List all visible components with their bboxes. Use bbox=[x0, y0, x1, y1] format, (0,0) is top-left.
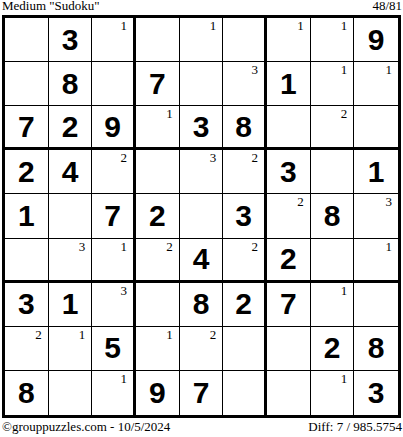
cell-value: 4 bbox=[193, 244, 210, 274]
cell-r4c8[interactable] bbox=[311, 150, 355, 194]
pencil-mark: 2 bbox=[121, 151, 128, 165]
cell-value: 7 bbox=[18, 112, 35, 142]
sudoku-board: 3111198731117291382242323117232833124221… bbox=[2, 15, 401, 418]
cell-r7c2[interactable]: 1 bbox=[49, 283, 93, 327]
cell-r9c1[interactable]: 8 bbox=[5, 371, 49, 415]
cell-r3c7[interactable] bbox=[267, 106, 311, 150]
cell-value: 8 bbox=[235, 112, 252, 142]
cell-r3c9[interactable] bbox=[354, 106, 398, 150]
cell-r4c2[interactable]: 4 bbox=[49, 150, 93, 194]
cell-r2c8[interactable]: 1 bbox=[311, 62, 355, 106]
cell-r7c9[interactable] bbox=[354, 283, 398, 327]
pencil-mark: 1 bbox=[121, 19, 128, 33]
cell-r1c4[interactable] bbox=[136, 18, 180, 62]
cell-r3c3[interactable]: 9 bbox=[92, 106, 136, 150]
cell-value: 3 bbox=[368, 378, 385, 408]
cell-r4c5[interactable]: 3 bbox=[180, 150, 224, 194]
pencil-mark: 1 bbox=[166, 328, 173, 342]
cell-value: 8 bbox=[18, 378, 35, 408]
cell-r5c9[interactable]: 3 bbox=[354, 194, 398, 238]
cell-r5c3[interactable]: 7 bbox=[92, 194, 136, 238]
cell-r9c5[interactable]: 7 bbox=[180, 371, 224, 415]
cell-r2c6[interactable]: 3 bbox=[223, 62, 267, 106]
cell-r8c6[interactable] bbox=[223, 327, 267, 371]
cell-r3c5[interactable]: 3 bbox=[180, 106, 224, 150]
pencil-mark: 2 bbox=[35, 328, 42, 342]
cell-value: 9 bbox=[104, 112, 121, 142]
cell-value: 7 bbox=[104, 201, 121, 231]
cell-r9c9[interactable]: 3 bbox=[354, 371, 398, 415]
cell-value: 3 bbox=[18, 289, 35, 319]
cell-r5c7[interactable]: 2 bbox=[267, 194, 311, 238]
cell-r4c6[interactable]: 2 bbox=[223, 150, 267, 194]
pencil-mark: 1 bbox=[341, 372, 348, 386]
cell-r7c4[interactable] bbox=[136, 283, 180, 327]
pencil-mark: 3 bbox=[79, 240, 86, 254]
pencil-mark: 2 bbox=[341, 107, 348, 121]
cell-value: 3 bbox=[62, 25, 79, 55]
cell-r8c7[interactable] bbox=[267, 327, 311, 371]
cell-r2c4[interactable]: 7 bbox=[136, 62, 180, 106]
cell-value: 2 bbox=[324, 333, 341, 363]
page-title: Medium "Sudoku" bbox=[2, 0, 100, 13]
pencil-mark: 2 bbox=[252, 240, 259, 254]
cell-value: 1 bbox=[62, 289, 79, 319]
cell-value: 8 bbox=[368, 333, 385, 363]
pencil-mark: 3 bbox=[121, 284, 128, 298]
cell-value: 8 bbox=[193, 289, 210, 319]
pencil-mark: 3 bbox=[386, 195, 393, 209]
cell-r4c9[interactable]: 1 bbox=[354, 150, 398, 194]
cell-r6c1[interactable] bbox=[5, 239, 49, 283]
cell-r2c1[interactable] bbox=[5, 62, 49, 106]
cell-r2c2[interactable]: 8 bbox=[49, 62, 93, 106]
cell-value: 1 bbox=[280, 69, 297, 99]
cell-r8c1[interactable]: 2 bbox=[5, 327, 49, 371]
cell-r1c1[interactable] bbox=[5, 18, 49, 62]
pencil-mark: 2 bbox=[210, 328, 217, 342]
cell-r4c3[interactable]: 2 bbox=[92, 150, 136, 194]
cell-r5c4[interactable]: 2 bbox=[136, 194, 180, 238]
cell-r3c2[interactable]: 2 bbox=[49, 106, 93, 150]
pencil-mark: 2 bbox=[252, 151, 259, 165]
cell-r3c1[interactable]: 7 bbox=[5, 106, 49, 150]
cell-value: 4 bbox=[62, 157, 79, 187]
cell-r2c3[interactable] bbox=[92, 62, 136, 106]
cell-value: 2 bbox=[149, 201, 166, 231]
cell-r5c6[interactable]: 3 bbox=[223, 194, 267, 238]
cell-value: 3 bbox=[193, 112, 210, 142]
cell-r1c3[interactable]: 1 bbox=[92, 18, 136, 62]
cell-value: 7 bbox=[149, 69, 166, 99]
pencil-mark: 2 bbox=[166, 240, 173, 254]
cell-r6c7[interactable]: 2 bbox=[267, 239, 311, 283]
cell-value: 2 bbox=[235, 289, 252, 319]
cell-r1c9[interactable]: 9 bbox=[354, 18, 398, 62]
pencil-mark: 1 bbox=[386, 240, 393, 254]
cell-r8c5[interactable]: 2 bbox=[180, 327, 224, 371]
cell-r9c4[interactable]: 9 bbox=[136, 371, 180, 415]
footer: ©grouppuzzles.com - 10/5/2024 Diff: 7 / … bbox=[2, 420, 402, 434]
cell-r6c2[interactable]: 3 bbox=[49, 239, 93, 283]
cell-value: 8 bbox=[324, 201, 341, 231]
cell-r3c4[interactable]: 1 bbox=[136, 106, 180, 150]
cell-value: 8 bbox=[62, 69, 79, 99]
cell-r2c5[interactable] bbox=[180, 62, 224, 106]
cell-r9c2[interactable] bbox=[49, 371, 93, 415]
cell-r6c9[interactable]: 1 bbox=[354, 239, 398, 283]
cell-r4c1[interactable]: 2 bbox=[5, 150, 49, 194]
cell-r6c3[interactable]: 1 bbox=[92, 239, 136, 283]
cell-value: 9 bbox=[368, 25, 385, 55]
pencil-mark: 1 bbox=[210, 19, 217, 33]
cell-value: 3 bbox=[280, 157, 297, 187]
cell-r8c4[interactable]: 1 bbox=[136, 327, 180, 371]
cell-r9c3[interactable]: 1 bbox=[92, 371, 136, 415]
cell-value: 3 bbox=[235, 201, 252, 231]
pencil-mark: 3 bbox=[252, 63, 259, 77]
cell-r1c6[interactable] bbox=[223, 18, 267, 62]
pencil-mark: 1 bbox=[341, 19, 348, 33]
cell-r5c2[interactable] bbox=[49, 194, 93, 238]
cell-r7c8[interactable]: 1 bbox=[311, 283, 355, 327]
cell-r2c7[interactable]: 1 bbox=[267, 62, 311, 106]
cell-r5c5[interactable] bbox=[180, 194, 224, 238]
pencil-mark: 1 bbox=[121, 372, 128, 386]
header: Medium "Sudoku" 48/81 bbox=[2, 0, 402, 13]
cell-r7c7[interactable]: 7 bbox=[267, 283, 311, 327]
sudoku-page: Medium "Sudoku" 48/81 311119873111729138… bbox=[0, 0, 403, 437]
cell-r1c8[interactable]: 1 bbox=[311, 18, 355, 62]
difficulty-text: Diff: 7 / 985.5754 bbox=[308, 420, 402, 434]
copyright-text: ©grouppuzzles.com - 10/5/2024 bbox=[2, 420, 170, 434]
pencil-mark: 1 bbox=[297, 19, 304, 33]
cell-value: 7 bbox=[280, 289, 297, 319]
cell-r1c5[interactable]: 1 bbox=[180, 18, 224, 62]
cell-r8c2[interactable]: 1 bbox=[49, 327, 93, 371]
cell-r4c7[interactable]: 3 bbox=[267, 150, 311, 194]
cell-r8c3[interactable]: 5 bbox=[92, 327, 136, 371]
cell-r3c6[interactable]: 8 bbox=[223, 106, 267, 150]
cell-r2c9[interactable]: 1 bbox=[354, 62, 398, 106]
progress-counter: 48/81 bbox=[372, 0, 402, 13]
cell-r6c8[interactable] bbox=[311, 239, 355, 283]
cell-r5c8[interactable]: 8 bbox=[311, 194, 355, 238]
cell-r1c7[interactable]: 1 bbox=[267, 18, 311, 62]
pencil-mark: 1 bbox=[386, 63, 393, 77]
cell-r6c5[interactable]: 4 bbox=[180, 239, 224, 283]
pencil-mark: 2 bbox=[297, 195, 304, 209]
cell-value: 9 bbox=[149, 378, 166, 408]
cell-r6c6[interactable]: 2 bbox=[223, 239, 267, 283]
cell-value: 5 bbox=[104, 333, 121, 363]
cell-r6c4[interactable]: 2 bbox=[136, 239, 180, 283]
cell-value: 1 bbox=[18, 201, 35, 231]
cell-value: 2 bbox=[62, 112, 79, 142]
cell-r4c4[interactable] bbox=[136, 150, 180, 194]
cell-value: 2 bbox=[18, 157, 35, 187]
pencil-mark: 1 bbox=[341, 63, 348, 77]
cell-r3c8[interactable]: 2 bbox=[311, 106, 355, 150]
cell-r1c2[interactable]: 3 bbox=[49, 18, 93, 62]
pencil-mark: 1 bbox=[341, 284, 348, 298]
cell-r7c3[interactable]: 3 bbox=[92, 283, 136, 327]
pencil-mark: 1 bbox=[79, 328, 86, 342]
cell-r9c6[interactable] bbox=[223, 371, 267, 415]
cell-r8c9[interactable]: 8 bbox=[354, 327, 398, 371]
cell-r9c8[interactable]: 1 bbox=[311, 371, 355, 415]
cell-r7c6[interactable]: 2 bbox=[223, 283, 267, 327]
pencil-mark: 1 bbox=[166, 107, 173, 121]
cell-value: 2 bbox=[280, 244, 297, 274]
pencil-mark: 1 bbox=[121, 240, 128, 254]
cell-r8c8[interactable]: 2 bbox=[311, 327, 355, 371]
cell-value: 7 bbox=[193, 378, 210, 408]
pencil-mark: 3 bbox=[210, 151, 217, 165]
cell-r7c5[interactable]: 8 bbox=[180, 283, 224, 327]
cell-r7c1[interactable]: 3 bbox=[5, 283, 49, 327]
cell-r5c1[interactable]: 1 bbox=[5, 194, 49, 238]
cell-value: 1 bbox=[368, 157, 385, 187]
cell-r9c7[interactable] bbox=[267, 371, 311, 415]
